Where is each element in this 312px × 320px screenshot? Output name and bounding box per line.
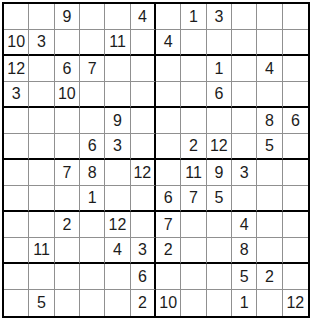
sudoku-page: 9413103114126714310698663212578121193167… (0, 0, 312, 320)
cell-r1c7-empty[interactable] (156, 4, 181, 30)
cell-r12c8-empty[interactable] (181, 290, 206, 316)
cell-r1c5-empty[interactable] (105, 4, 130, 30)
cell-r11c2-empty[interactable] (29, 264, 54, 290)
cell-r4c5-empty[interactable] (105, 82, 130, 108)
cell-r12c2-given: 5 (29, 290, 54, 316)
cell-r7c11-empty[interactable] (257, 160, 282, 186)
cell-r5c6-empty[interactable] (131, 108, 156, 134)
cell-r12c5-empty[interactable] (105, 290, 130, 316)
cell-r7c10-given: 3 (232, 160, 257, 186)
cell-r4c2-empty[interactable] (29, 82, 54, 108)
cell-r9c4-empty[interactable] (80, 212, 105, 238)
cell-r9c11-empty[interactable] (257, 212, 282, 238)
cell-r4c12-empty[interactable] (283, 82, 308, 108)
cell-r12c12-given: 12 (283, 290, 308, 316)
cell-r7c8-given: 11 (181, 160, 206, 186)
cell-r10c12-empty[interactable] (283, 238, 308, 264)
cell-r6c1-empty[interactable] (4, 134, 29, 160)
cell-r9c2-empty[interactable] (29, 212, 54, 238)
cell-r2c5-given: 11 (105, 30, 130, 56)
cell-r8c12-empty[interactable] (283, 186, 308, 212)
cell-r5c3-empty[interactable] (55, 108, 80, 134)
cell-r1c8-given: 1 (181, 4, 206, 30)
cell-r10c6-given: 3 (131, 238, 156, 264)
cell-r7c6-given: 12 (131, 160, 156, 186)
cell-r3c12-empty[interactable] (283, 56, 308, 82)
cell-r3c1-given: 12 (4, 56, 29, 82)
cell-r2c4-empty[interactable] (80, 30, 105, 56)
cell-r10c1-empty[interactable] (4, 238, 29, 264)
cell-r3c5-empty[interactable] (105, 56, 130, 82)
cell-r3c4-given: 7 (80, 56, 105, 82)
cell-r8c7-given: 6 (156, 186, 181, 212)
cell-r4c8-empty[interactable] (181, 82, 206, 108)
cell-r2c2-given: 3 (29, 30, 54, 56)
cell-r11c5-empty[interactable] (105, 264, 130, 290)
cell-r2c12-empty[interactable] (283, 30, 308, 56)
cell-r1c4-empty[interactable] (80, 4, 105, 30)
cell-r12c7-given: 10 (156, 290, 181, 316)
cell-r7c3-given: 7 (55, 160, 80, 186)
cell-r2c6-empty[interactable] (131, 30, 156, 56)
cell-r9c12-empty[interactable] (283, 212, 308, 238)
cell-r10c10-given: 8 (232, 238, 257, 264)
cell-r12c4-empty[interactable] (80, 290, 105, 316)
cell-r12c6-given: 2 (131, 290, 156, 316)
cell-r5c10-empty[interactable] (232, 108, 257, 134)
cell-r2c11-empty[interactable] (257, 30, 282, 56)
cell-r8c9-given: 5 (207, 186, 232, 212)
cell-r2c1-given: 10 (4, 30, 29, 56)
cell-r8c10-empty[interactable] (232, 186, 257, 212)
cell-r5c2-empty[interactable] (29, 108, 54, 134)
cell-r5c5-given: 9 (105, 108, 130, 134)
cell-r9c7-given: 7 (156, 212, 181, 238)
cell-r1c3-given: 9 (55, 4, 80, 30)
cell-r6c8-given: 2 (181, 134, 206, 160)
cell-r7c2-empty[interactable] (29, 160, 54, 186)
cell-r11c11-given: 2 (257, 264, 282, 290)
cell-r3c2-empty[interactable] (29, 56, 54, 82)
cell-r3c3-given: 6 (55, 56, 80, 82)
cell-r4c3-given: 10 (55, 82, 80, 108)
cell-r12c1-empty[interactable] (4, 290, 29, 316)
cell-r11c10-given: 5 (232, 264, 257, 290)
cell-r6c7-empty[interactable] (156, 134, 181, 160)
cell-r6c11-given: 5 (257, 134, 282, 160)
cell-r5c12-given: 6 (283, 108, 308, 134)
cell-r4c4-empty[interactable] (80, 82, 105, 108)
cell-r6c4-given: 6 (80, 134, 105, 160)
cell-r4c6-empty[interactable] (131, 82, 156, 108)
cell-r8c6-empty[interactable] (131, 186, 156, 212)
cell-r2c7-given: 4 (156, 30, 181, 56)
cell-r6c9-given: 12 (207, 134, 232, 160)
cell-r9c6-empty[interactable] (131, 212, 156, 238)
cell-r9c9-empty[interactable] (207, 212, 232, 238)
cell-r8c4-given: 1 (80, 186, 105, 212)
cell-r2c8-empty[interactable] (181, 30, 206, 56)
cell-r4c9-given: 6 (207, 82, 232, 108)
cell-r3c11-given: 4 (257, 56, 282, 82)
cell-r12c3-empty[interactable] (55, 290, 80, 316)
cell-r7c4-given: 8 (80, 160, 105, 186)
cell-r3c6-empty[interactable] (131, 56, 156, 82)
cell-r1c10-empty[interactable] (232, 4, 257, 30)
cell-r9c10-given: 4 (232, 212, 257, 238)
cell-r7c12-empty[interactable] (283, 160, 308, 186)
cell-r8c2-empty[interactable] (29, 186, 54, 212)
sudoku-board: 9413103114126714310698663212578121193167… (2, 2, 310, 318)
cell-r8c11-empty[interactable] (257, 186, 282, 212)
cell-r11c12-empty[interactable] (283, 264, 308, 290)
cell-r7c1-empty[interactable] (4, 160, 29, 186)
cell-r6c3-empty[interactable] (55, 134, 80, 160)
cell-r10c5-given: 4 (105, 238, 130, 264)
cell-r4c7-empty[interactable] (156, 82, 181, 108)
cell-r10c9-empty[interactable] (207, 238, 232, 264)
cell-r4c11-empty[interactable] (257, 82, 282, 108)
cell-r2c3-empty[interactable] (55, 30, 80, 56)
cell-r6c10-empty[interactable] (232, 134, 257, 160)
cell-r11c6-given: 6 (131, 264, 156, 290)
cell-r7c9-given: 9 (207, 160, 232, 186)
cell-r6c12-empty[interactable] (283, 134, 308, 160)
cell-r5c9-empty[interactable] (207, 108, 232, 134)
cell-r3c8-empty[interactable] (181, 56, 206, 82)
cell-r12c11-empty[interactable] (257, 290, 282, 316)
cell-r1c11-empty[interactable] (257, 4, 282, 30)
cell-r10c7-given: 2 (156, 238, 181, 264)
cell-r8c1-empty[interactable] (4, 186, 29, 212)
cell-r9c8-empty[interactable] (181, 212, 206, 238)
cell-r10c11-empty[interactable] (257, 238, 282, 264)
cell-r5c1-empty[interactable] (4, 108, 29, 134)
cell-r10c2-given: 11 (29, 238, 54, 264)
cell-r10c8-empty[interactable] (181, 238, 206, 264)
cell-r2c9-empty[interactable] (207, 30, 232, 56)
cell-r12c9-empty[interactable] (207, 290, 232, 316)
cell-r1c2-empty[interactable] (29, 4, 54, 30)
cell-r9c5-given: 12 (105, 212, 130, 238)
cell-r10c3-empty[interactable] (55, 238, 80, 264)
cell-r11c4-empty[interactable] (80, 264, 105, 290)
cell-r11c9-empty[interactable] (207, 264, 232, 290)
cell-r11c3-empty[interactable] (55, 264, 80, 290)
cell-r11c8-empty[interactable] (181, 264, 206, 290)
cell-r4c10-empty[interactable] (232, 82, 257, 108)
cell-r6c2-empty[interactable] (29, 134, 54, 160)
cell-r12c10-given: 1 (232, 290, 257, 316)
cell-r5c8-empty[interactable] (181, 108, 206, 134)
cell-r1c12-empty[interactable] (283, 4, 308, 30)
cell-r11c1-empty[interactable] (4, 264, 29, 290)
cell-r3c7-empty[interactable] (156, 56, 181, 82)
cell-r10c4-empty[interactable] (80, 238, 105, 264)
cell-r8c8-given: 7 (181, 186, 206, 212)
cell-r8c3-empty[interactable] (55, 186, 80, 212)
cell-r6c5-given: 3 (105, 134, 130, 160)
cell-r4c1-given: 3 (4, 82, 29, 108)
cell-r9c3-given: 2 (55, 212, 80, 238)
cell-r3c10-empty[interactable] (232, 56, 257, 82)
cell-r7c7-empty[interactable] (156, 160, 181, 186)
cell-r5c11-given: 8 (257, 108, 282, 134)
cell-r5c7-empty[interactable] (156, 108, 181, 134)
cell-r7c5-empty[interactable] (105, 160, 130, 186)
cell-r6c6-empty[interactable] (131, 134, 156, 160)
cell-r1c9-given: 3 (207, 4, 232, 30)
cell-r8c5-empty[interactable] (105, 186, 130, 212)
cell-r3c9-given: 1 (207, 56, 232, 82)
cell-r2c10-empty[interactable] (232, 30, 257, 56)
cell-r11c7-empty[interactable] (156, 264, 181, 290)
cell-r1c1-empty[interactable] (4, 4, 29, 30)
cell-r5c4-empty[interactable] (80, 108, 105, 134)
cell-r9c1-empty[interactable] (4, 212, 29, 238)
cell-r1c6-given: 4 (131, 4, 156, 30)
